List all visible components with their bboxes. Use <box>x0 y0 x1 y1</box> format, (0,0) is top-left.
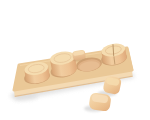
toy-photo: Angled photo of a light beech-wood fract… <box>0 0 150 120</box>
scene-svg <box>0 0 150 120</box>
